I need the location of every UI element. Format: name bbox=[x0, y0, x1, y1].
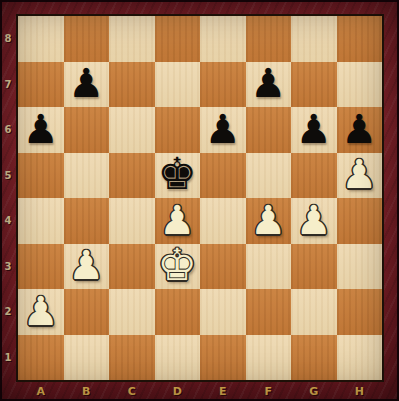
piece-black-pawn[interactable]: ♟ bbox=[68, 63, 104, 103]
square-g6[interactable]: ♟ bbox=[291, 107, 337, 153]
rank-label: 1 bbox=[0, 335, 16, 381]
square-d1[interactable] bbox=[155, 335, 201, 381]
square-f1[interactable] bbox=[246, 335, 292, 381]
square-c2[interactable] bbox=[109, 289, 155, 335]
square-b5[interactable] bbox=[64, 153, 110, 199]
rank-label: 6 bbox=[0, 107, 16, 153]
square-d7[interactable] bbox=[155, 62, 201, 108]
square-f3[interactable] bbox=[246, 244, 292, 290]
square-e8[interactable] bbox=[200, 16, 246, 62]
square-a6[interactable]: ♟ bbox=[18, 107, 64, 153]
square-a5[interactable] bbox=[18, 153, 64, 199]
square-h5[interactable]: ♟ bbox=[337, 153, 383, 199]
piece-white-pawn[interactable]: ♟ bbox=[296, 200, 332, 240]
piece-black-pawn[interactable]: ♟ bbox=[23, 109, 59, 149]
square-e1[interactable] bbox=[200, 335, 246, 381]
square-h7[interactable] bbox=[337, 62, 383, 108]
square-c5[interactable] bbox=[109, 153, 155, 199]
piece-black-king[interactable]: ♚ bbox=[158, 152, 197, 196]
square-d8[interactable] bbox=[155, 16, 201, 62]
file-label: C bbox=[109, 382, 155, 400]
piece-black-pawn[interactable]: ♟ bbox=[341, 109, 377, 149]
square-c3[interactable] bbox=[109, 244, 155, 290]
chess-board-frame: 87654321 ♟♟♟♟♟♟♚♟♟♟♟♟♚♟ ABCDEFGH bbox=[0, 0, 399, 401]
square-f7[interactable]: ♟ bbox=[246, 62, 292, 108]
piece-white-pawn[interactable]: ♟ bbox=[68, 245, 104, 285]
square-a7[interactable] bbox=[18, 62, 64, 108]
file-label: A bbox=[18, 382, 64, 400]
square-d5[interactable]: ♚ bbox=[155, 153, 201, 199]
square-f2[interactable] bbox=[246, 289, 292, 335]
square-b4[interactable] bbox=[64, 198, 110, 244]
file-labels: ABCDEFGH bbox=[18, 382, 382, 400]
square-g4[interactable]: ♟ bbox=[291, 198, 337, 244]
square-h3[interactable] bbox=[337, 244, 383, 290]
square-c7[interactable] bbox=[109, 62, 155, 108]
square-e5[interactable] bbox=[200, 153, 246, 199]
square-e3[interactable] bbox=[200, 244, 246, 290]
piece-black-pawn[interactable]: ♟ bbox=[250, 63, 286, 103]
file-label: F bbox=[246, 382, 292, 400]
square-f8[interactable] bbox=[246, 16, 292, 62]
square-g3[interactable] bbox=[291, 244, 337, 290]
piece-black-pawn[interactable]: ♟ bbox=[205, 109, 241, 149]
rank-label: 8 bbox=[0, 16, 16, 62]
rank-label: 7 bbox=[0, 62, 16, 108]
square-g5[interactable] bbox=[291, 153, 337, 199]
square-b3[interactable]: ♟ bbox=[64, 244, 110, 290]
square-h6[interactable]: ♟ bbox=[337, 107, 383, 153]
piece-black-pawn[interactable]: ♟ bbox=[296, 109, 332, 149]
square-b6[interactable] bbox=[64, 107, 110, 153]
square-h4[interactable] bbox=[337, 198, 383, 244]
square-d3[interactable]: ♚ bbox=[155, 244, 201, 290]
chess-board: ♟♟♟♟♟♟♚♟♟♟♟♟♚♟ bbox=[16, 14, 384, 382]
square-d6[interactable] bbox=[155, 107, 201, 153]
square-b2[interactable] bbox=[64, 289, 110, 335]
square-g8[interactable] bbox=[291, 16, 337, 62]
square-h8[interactable] bbox=[337, 16, 383, 62]
square-h2[interactable] bbox=[337, 289, 383, 335]
square-f5[interactable] bbox=[246, 153, 292, 199]
rank-labels: 87654321 bbox=[0, 16, 16, 380]
file-label: D bbox=[155, 382, 201, 400]
square-e7[interactable] bbox=[200, 62, 246, 108]
square-h1[interactable] bbox=[337, 335, 383, 381]
square-g7[interactable] bbox=[291, 62, 337, 108]
rank-label: 2 bbox=[0, 289, 16, 335]
file-label: H bbox=[337, 382, 383, 400]
file-label: B bbox=[64, 382, 110, 400]
square-a8[interactable] bbox=[18, 16, 64, 62]
square-c6[interactable] bbox=[109, 107, 155, 153]
square-c1[interactable] bbox=[109, 335, 155, 381]
piece-white-pawn[interactable]: ♟ bbox=[23, 291, 59, 331]
piece-white-pawn[interactable]: ♟ bbox=[250, 200, 286, 240]
rank-label: 3 bbox=[0, 244, 16, 290]
square-c8[interactable] bbox=[109, 16, 155, 62]
square-c4[interactable] bbox=[109, 198, 155, 244]
square-a3[interactable] bbox=[18, 244, 64, 290]
square-d2[interactable] bbox=[155, 289, 201, 335]
square-b1[interactable] bbox=[64, 335, 110, 381]
square-a2[interactable]: ♟ bbox=[18, 289, 64, 335]
file-label: G bbox=[291, 382, 337, 400]
rank-label: 5 bbox=[0, 153, 16, 199]
square-g2[interactable] bbox=[291, 289, 337, 335]
square-d4[interactable]: ♟ bbox=[155, 198, 201, 244]
square-f6[interactable] bbox=[246, 107, 292, 153]
square-a1[interactable] bbox=[18, 335, 64, 381]
file-label: E bbox=[200, 382, 246, 400]
square-b7[interactable]: ♟ bbox=[64, 62, 110, 108]
piece-white-pawn[interactable]: ♟ bbox=[341, 154, 377, 194]
piece-white-pawn[interactable]: ♟ bbox=[159, 200, 195, 240]
square-a4[interactable] bbox=[18, 198, 64, 244]
square-f4[interactable]: ♟ bbox=[246, 198, 292, 244]
square-e2[interactable] bbox=[200, 289, 246, 335]
piece-white-king[interactable]: ♚ bbox=[158, 243, 197, 287]
square-e6[interactable]: ♟ bbox=[200, 107, 246, 153]
square-e4[interactable] bbox=[200, 198, 246, 244]
square-b8[interactable] bbox=[64, 16, 110, 62]
square-g1[interactable] bbox=[291, 335, 337, 381]
rank-label: 4 bbox=[0, 198, 16, 244]
